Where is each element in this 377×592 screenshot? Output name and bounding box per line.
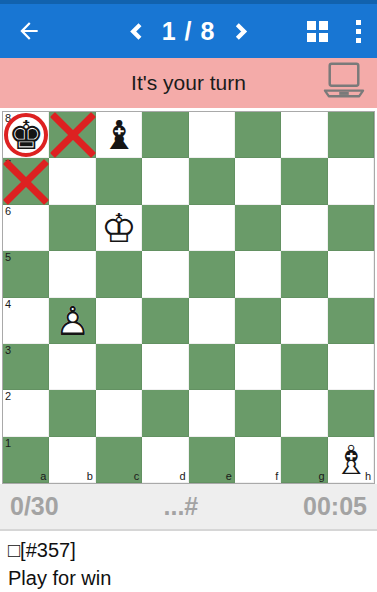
square-d5[interactable] (142, 251, 188, 297)
white-bishop[interactable]: ♝♗ (328, 437, 374, 483)
annotation-cross (49, 112, 95, 158)
square-d2[interactable] (142, 390, 188, 436)
square-a1[interactable]: 1a (3, 437, 49, 483)
rank-label: 6 (5, 206, 11, 217)
square-f4[interactable] (235, 298, 281, 344)
more-vert-icon (354, 20, 363, 43)
square-a6[interactable]: 6 (3, 205, 49, 251)
square-f7[interactable] (235, 158, 281, 204)
white-king[interactable]: ♚♔ (96, 205, 142, 251)
square-d8[interactable] (142, 112, 188, 158)
square-b3[interactable] (49, 344, 95, 390)
square-h5[interactable] (328, 251, 374, 297)
goal-indicator: ...# (163, 492, 198, 521)
next-exercise-button[interactable] (227, 17, 255, 45)
square-g3[interactable] (281, 344, 327, 390)
square-h8[interactable] (328, 112, 374, 158)
square-g4[interactable] (281, 298, 327, 344)
square-c2[interactable] (96, 390, 142, 436)
square-f1[interactable]: f (235, 437, 281, 483)
annotation-cross (3, 158, 49, 204)
square-e2[interactable] (189, 390, 235, 436)
file-label: e (226, 471, 232, 482)
square-e7[interactable] (189, 158, 235, 204)
square-e1[interactable]: e (189, 437, 235, 483)
turn-banner: It's your turn (0, 58, 377, 108)
square-b2[interactable] (49, 390, 95, 436)
square-b4[interactable]: ♟♙ (49, 298, 95, 344)
square-c7[interactable] (96, 158, 142, 204)
white-bishop-outline: ♗ (328, 437, 374, 483)
square-g6[interactable] (281, 205, 327, 251)
square-e4[interactable] (189, 298, 235, 344)
square-b1[interactable]: b (49, 437, 95, 483)
square-c4[interactable] (96, 298, 142, 344)
square-a4[interactable]: 4 (3, 298, 49, 344)
square-h7[interactable] (328, 158, 374, 204)
square-a3[interactable]: 3 (3, 344, 49, 390)
square-d4[interactable] (142, 298, 188, 344)
square-f8[interactable] (235, 112, 281, 158)
menu-button[interactable] (354, 20, 363, 43)
rank-label: 1 (5, 438, 11, 449)
file-label: a (40, 471, 46, 482)
chevron-left-icon (122, 17, 150, 45)
square-e5[interactable] (189, 251, 235, 297)
chess-board: 8♚♝76♚♔54♟♙321abcdefgh♝♗ (2, 111, 375, 484)
square-h4[interactable] (328, 298, 374, 344)
white-pawn-outline: ♙ (49, 298, 95, 344)
square-g7[interactable] (281, 158, 327, 204)
rank-label: 5 (5, 252, 11, 263)
chevron-right-icon (227, 17, 255, 45)
exercise-counter: 1 / 8 (162, 17, 216, 46)
white-pawn[interactable]: ♟♙ (49, 298, 95, 344)
square-h2[interactable] (328, 390, 374, 436)
file-label: d (179, 471, 185, 482)
square-g5[interactable] (281, 251, 327, 297)
prev-exercise-button[interactable] (122, 17, 150, 45)
square-e6[interactable] (189, 205, 235, 251)
square-d6[interactable] (142, 205, 188, 251)
square-f6[interactable] (235, 205, 281, 251)
square-c6[interactable]: ♚♔ (96, 205, 142, 251)
square-g2[interactable] (281, 390, 327, 436)
square-d7[interactable] (142, 158, 188, 204)
file-label: b (87, 471, 93, 482)
square-b8[interactable] (49, 112, 95, 158)
move-counter: 0/30 (10, 492, 59, 521)
status-bar: 0/30 ...# 00:05 (0, 484, 377, 531)
square-a5[interactable]: 5 (3, 251, 49, 297)
square-f3[interactable] (235, 344, 281, 390)
black-bishop[interactable]: ♝ (96, 112, 142, 158)
square-a7[interactable]: 7 (3, 158, 49, 204)
square-g8[interactable] (281, 112, 327, 158)
square-b5[interactable] (49, 251, 95, 297)
square-d3[interactable] (142, 344, 188, 390)
rank-label: 2 (5, 391, 11, 402)
task-info: □[#357] Play for win (0, 531, 377, 592)
square-c8[interactable]: ♝ (96, 112, 142, 158)
task-id: □[#357] (8, 536, 369, 564)
arrow-back-icon (16, 18, 42, 44)
square-c1[interactable]: c (96, 437, 142, 483)
white-king-outline: ♔ (96, 205, 142, 251)
back-button[interactable] (14, 16, 44, 46)
task-title: Play for win (8, 564, 369, 592)
board-container: 8♚♝76♚♔54♟♙321abcdefgh♝♗ (0, 108, 377, 484)
square-d1[interactable]: d (142, 437, 188, 483)
top-bar-actions (307, 20, 363, 43)
square-c5[interactable] (96, 251, 142, 297)
turn-message: It's your turn (131, 71, 246, 95)
grid-view-button[interactable] (307, 21, 328, 42)
timer: 00:05 (303, 492, 367, 521)
square-f5[interactable] (235, 251, 281, 297)
laptop-icon[interactable] (321, 61, 367, 105)
grid-view-icon (307, 21, 328, 42)
black-bishop-glyph: ♝ (96, 112, 142, 158)
rank-label: 4 (5, 299, 11, 310)
square-c3[interactable] (96, 344, 142, 390)
square-f2[interactable] (235, 390, 281, 436)
square-a2[interactable]: 2 (3, 390, 49, 436)
square-e3[interactable] (189, 344, 235, 390)
square-h1[interactable]: h♝♗ (328, 437, 374, 483)
square-e8[interactable] (189, 112, 235, 158)
top-bar: 1 / 8 (0, 0, 377, 58)
square-b7[interactable] (49, 158, 95, 204)
chess-trainer-app: 1 / 8 It's your turn 8♚ (0, 0, 377, 592)
square-b6[interactable] (49, 205, 95, 251)
square-g1[interactable]: g (281, 437, 327, 483)
file-label: c (134, 471, 140, 482)
exercise-navigation: 1 / 8 (122, 17, 256, 46)
rank-label: 3 (5, 345, 11, 356)
square-a8[interactable]: 8♚ (3, 112, 49, 158)
square-h3[interactable] (328, 344, 374, 390)
square-h6[interactable] (328, 205, 374, 251)
file-label: g (319, 471, 325, 482)
file-label: f (275, 471, 278, 482)
